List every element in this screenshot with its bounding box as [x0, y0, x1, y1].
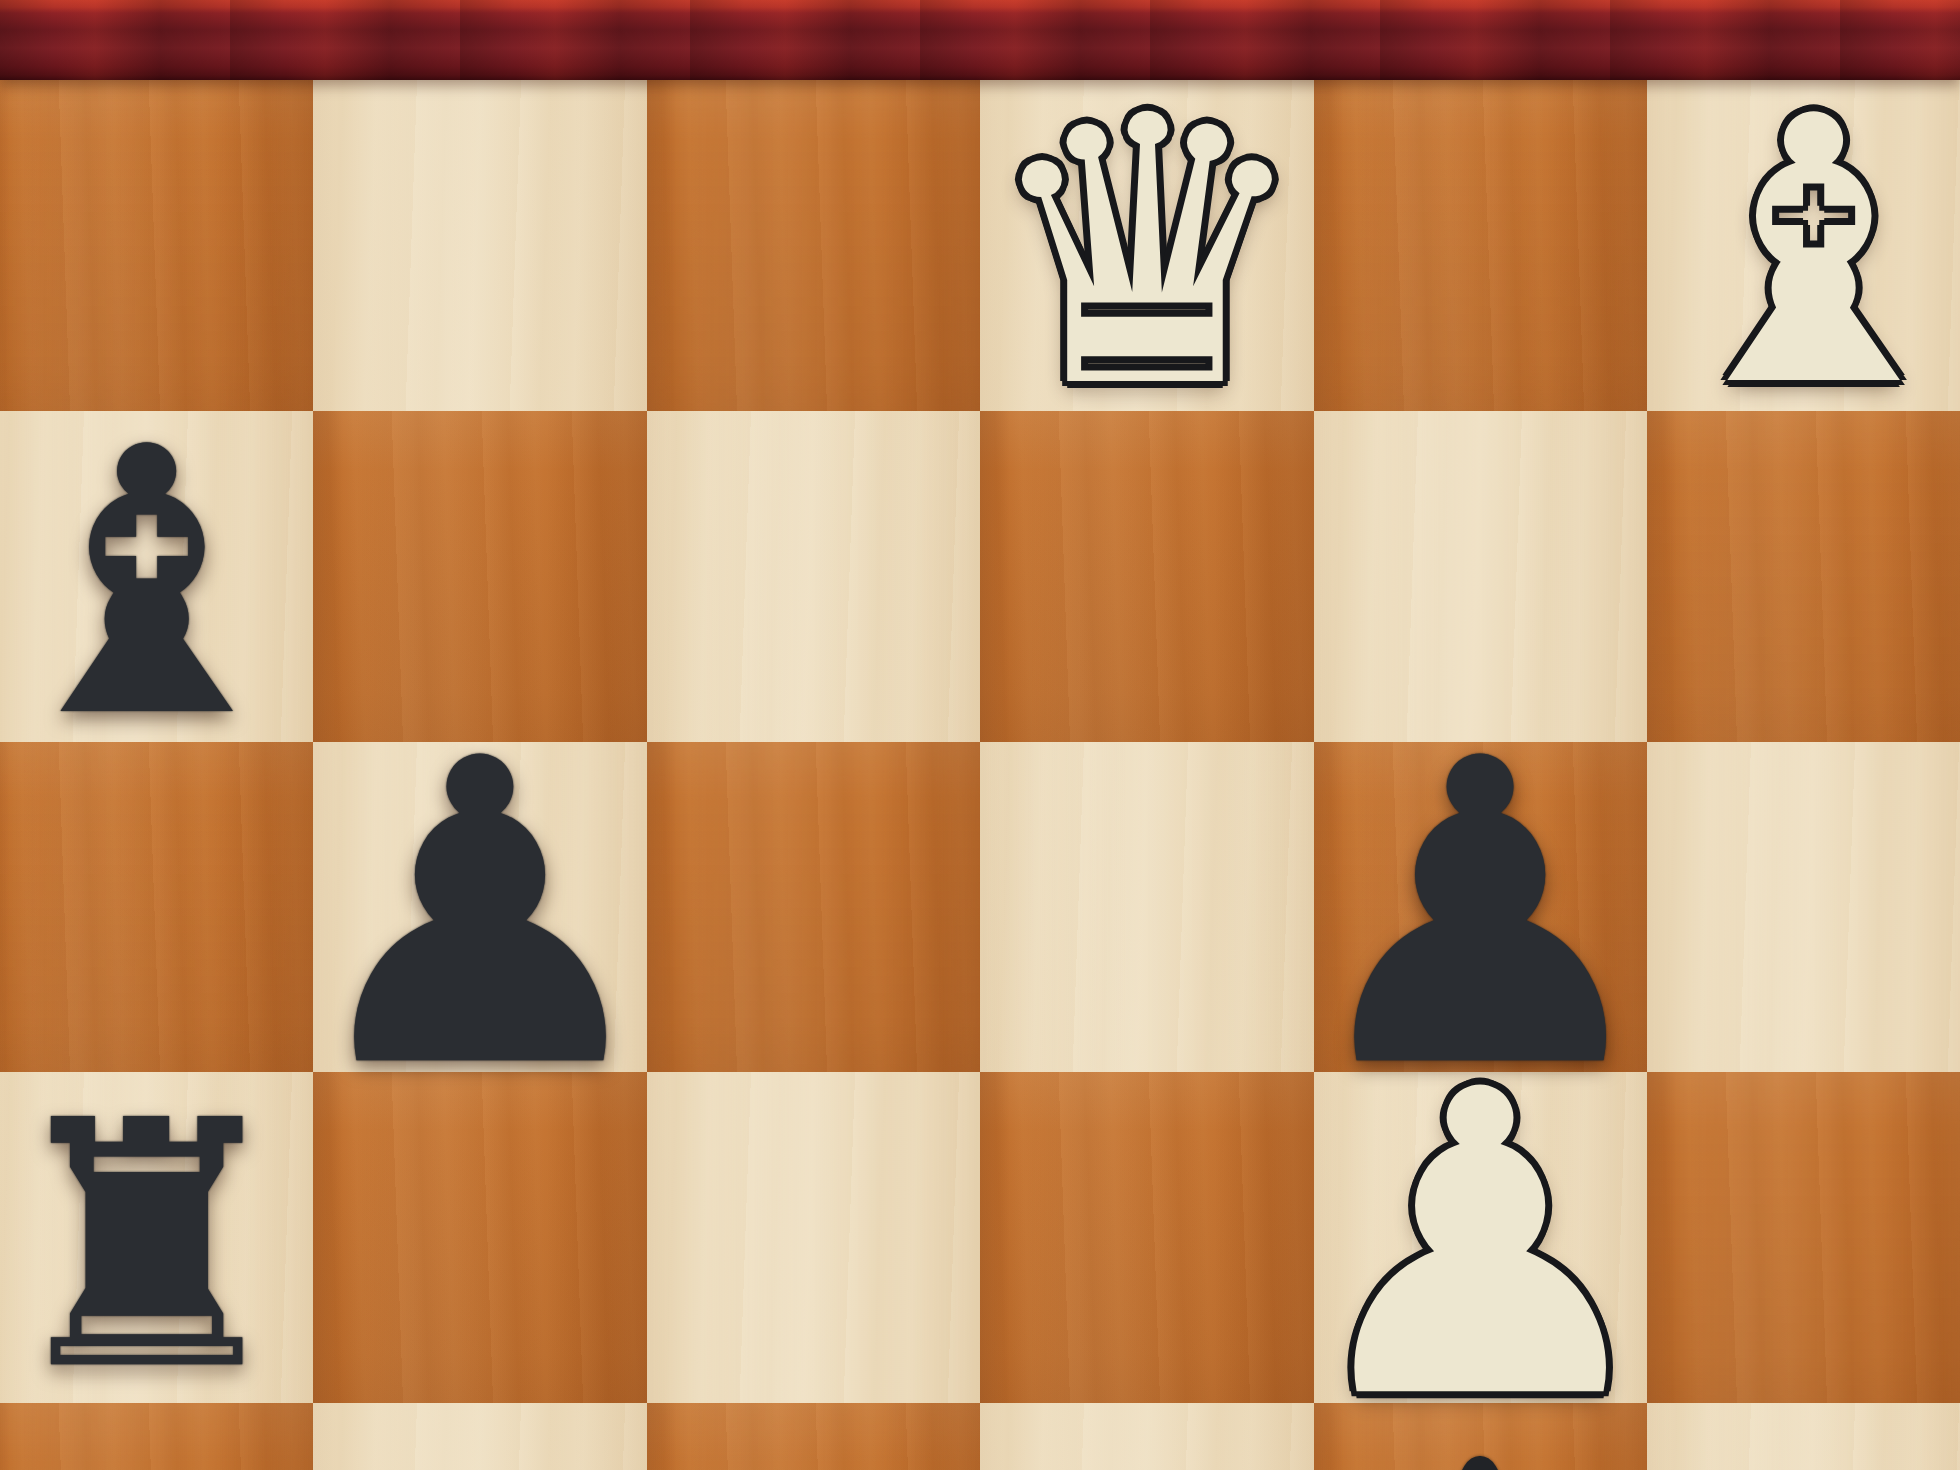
square-g4[interactable] [1647, 1403, 1960, 1470]
chessboard: ♛♝♝♟♟♜♟ [0, 80, 1960, 1470]
white-pawn-glyph: ♟ [1292, 1081, 1669, 1411]
square-d8[interactable] [647, 80, 980, 411]
square-c8[interactable] [313, 80, 646, 411]
square-g6[interactable] [1647, 742, 1960, 1073]
white-queen-glyph: ♛ [981, 88, 1313, 418]
square-d6[interactable] [647, 742, 980, 1073]
piece-white-pawn-f5[interactable]: ♟ [1314, 1072, 1647, 1403]
square-f8[interactable] [1314, 80, 1647, 411]
chessboard-crop: ♛♝♝♟♟♜♟ [0, 0, 1960, 1470]
square-d7[interactable] [647, 411, 980, 742]
unknown-black-piece-tip [1458, 1456, 1502, 1470]
square-c4[interactable] [313, 1403, 646, 1470]
piece-white-bishop-g8[interactable]: ♝ [1647, 80, 1960, 411]
square-e4[interactable] [980, 1403, 1313, 1470]
partial-piece-black-unknown-f4[interactable] [1314, 1403, 1647, 1470]
square-b8[interactable] [0, 80, 313, 411]
board-frame-top [0, 0, 1960, 80]
black-bishop-glyph: ♝ [0, 419, 312, 749]
square-d5[interactable] [647, 1072, 980, 1403]
square-e5[interactable] [980, 1072, 1313, 1403]
square-d4[interactable] [647, 1403, 980, 1470]
piece-white-queen-e8[interactable]: ♛ [980, 80, 1313, 411]
piece-black-bishop-b7[interactable]: ♝ [0, 411, 313, 742]
black-rook-glyph: ♜ [0, 1081, 299, 1411]
white-bishop-glyph: ♝ [1649, 88, 1960, 418]
square-g5[interactable] [1647, 1072, 1960, 1403]
piece-black-rook-b5[interactable]: ♜ [0, 1072, 313, 1403]
square-e6[interactable] [980, 742, 1313, 1073]
piece-black-pawn-c6[interactable]: ♟ [313, 742, 646, 1073]
black-pawn-glyph: ♟ [292, 750, 669, 1080]
